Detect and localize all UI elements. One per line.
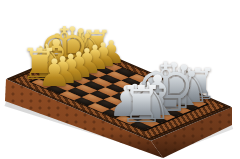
- chess-set-photo: ♜♞♟♝♟♛♟♚♟♝♟♞♟♜♟♟♟♟♜♟♞♟♝♟♛♟♚♟♝♟♞♜: [0, 0, 240, 159]
